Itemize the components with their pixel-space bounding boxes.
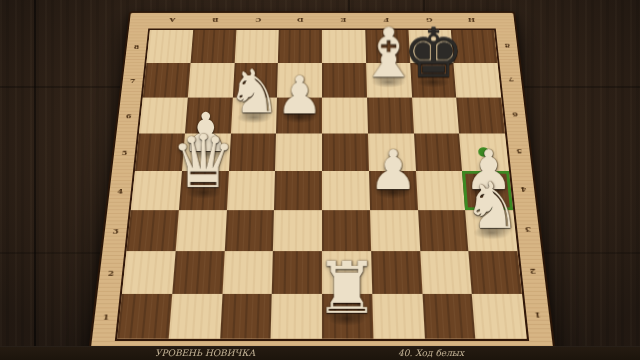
coordinate-label: 7 [499, 63, 523, 97]
move-indicator-label: 40. Ход белых [398, 348, 464, 358]
square-a7[interactable] [143, 63, 191, 97]
square-b7[interactable] [188, 63, 235, 97]
coordinate-label: A [151, 17, 194, 24]
square-c7[interactable] [232, 63, 278, 97]
difficulty-level-label: УРОВЕНЬ НОВИЧКА [155, 348, 255, 358]
coordinate-label: 6 [116, 98, 140, 134]
square-b8[interactable] [190, 30, 236, 63]
app-screen: ABCDEFGH ABCDEFGH 87654321 87654321 ♝♚♞♟… [0, 0, 640, 360]
piece-white-rook-e1[interactable]: ♜ [313, 248, 383, 324]
square-e8[interactable] [322, 30, 366, 63]
piece-white-queen-b4[interactable]: ♛ [171, 127, 236, 198]
square-g7[interactable] [410, 63, 457, 97]
square-d8[interactable] [278, 30, 322, 63]
coordinate-label: G [407, 17, 450, 24]
square-d6[interactable] [276, 98, 322, 134]
file-labels-top: ABCDEFGH [151, 17, 494, 24]
square-d7[interactable] [277, 63, 322, 97]
coordinate-label: E [322, 17, 365, 24]
square-g8[interactable] [408, 30, 454, 63]
square-f8[interactable] [365, 30, 410, 63]
chess-board: ABCDEFGH ABCDEFGH 87654321 87654321 ♝♚♞♟… [87, 11, 558, 360]
square-d5[interactable] [275, 134, 322, 171]
square-c8[interactable] [234, 30, 279, 63]
square-f7[interactable] [366, 63, 412, 97]
coordinate-label: B [193, 17, 236, 24]
coordinate-label: C [236, 17, 279, 24]
square-a8[interactable] [146, 30, 193, 63]
coordinate-label: 2 [520, 251, 547, 294]
coordinate-label: F [365, 17, 408, 24]
square-e7[interactable] [322, 63, 367, 97]
board-playing-area: ♝♚♞♟♟♛♟♟♞♜ [115, 28, 529, 340]
square-h8[interactable] [451, 30, 498, 63]
status-bar: УРОВЕНЬ НОВИЧКА 40. Ход белых [0, 346, 640, 360]
piece-white-knight-h3[interactable]: ♞ [459, 165, 525, 238]
coordinate-label: D [279, 17, 322, 24]
piece-white-pawn-f4[interactable]: ♟ [361, 127, 426, 198]
square-c6[interactable] [230, 98, 277, 134]
square-h7[interactable] [454, 63, 502, 97]
coordinate-label: 8 [496, 30, 519, 63]
coordinate-label: H [450, 17, 493, 24]
